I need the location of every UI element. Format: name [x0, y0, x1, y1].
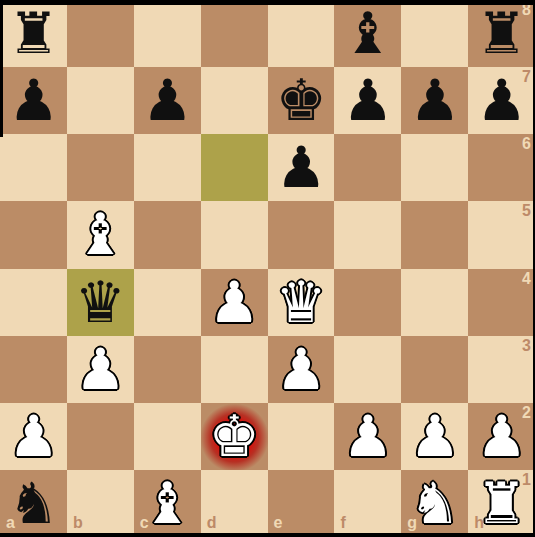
black-pawn-piece[interactable]: ♟: [8, 72, 59, 129]
square-d8[interactable]: [201, 0, 268, 67]
square-h5[interactable]: 5: [468, 201, 535, 268]
square-g6[interactable]: [401, 134, 468, 201]
square-h7[interactable]: ♟7: [468, 67, 535, 134]
square-g2[interactable]: ♟: [401, 403, 468, 470]
square-e5[interactable]: [268, 201, 335, 268]
square-h4[interactable]: 4: [468, 269, 535, 336]
black-pawn-piece[interactable]: ♟: [476, 72, 527, 129]
square-h8[interactable]: ♜8: [468, 0, 535, 67]
square-c4[interactable]: [134, 269, 201, 336]
square-g4[interactable]: [401, 269, 468, 336]
file-label-b: b: [73, 514, 83, 532]
square-b6[interactable]: [67, 134, 134, 201]
square-c2[interactable]: [134, 403, 201, 470]
white-pawn-piece[interactable]: ♟: [409, 408, 460, 465]
square-d1[interactable]: d: [201, 470, 268, 537]
square-h3[interactable]: 3: [468, 336, 535, 403]
board-frame-bottom: [0, 533, 535, 537]
square-f5[interactable]: [334, 201, 401, 268]
white-bishop-piece[interactable]: ♝: [75, 206, 126, 263]
square-d5[interactable]: [201, 201, 268, 268]
rank-label-6: 6: [522, 135, 531, 153]
square-h2[interactable]: ♟2: [468, 403, 535, 470]
square-b3[interactable]: ♟: [67, 336, 134, 403]
white-pawn-piece[interactable]: ♟: [342, 408, 393, 465]
chess-board: ♜♝♜8♟♟♚♟♟♟7♟6♝5♛♟♛4♟♟3♟♚♟♟♟2♞ab♝cdef♞g♜1…: [0, 0, 535, 537]
square-a1[interactable]: ♞a: [0, 470, 67, 537]
board-grid: ♜♝♜8♟♟♚♟♟♟7♟6♝5♛♟♛4♟♟3♟♚♟♟♟2♞ab♝cdef♞g♜1…: [0, 0, 535, 537]
square-a6[interactable]: [0, 134, 67, 201]
black-pawn-piece[interactable]: ♟: [142, 72, 193, 129]
square-c7[interactable]: ♟: [134, 67, 201, 134]
white-bishop-piece[interactable]: ♝: [142, 475, 193, 532]
square-a8[interactable]: ♜: [0, 0, 67, 67]
rank-label-4: 4: [522, 270, 531, 288]
black-queen-piece[interactable]: ♛: [75, 274, 126, 331]
square-h6[interactable]: 6: [468, 134, 535, 201]
square-b7[interactable]: [67, 67, 134, 134]
square-a5[interactable]: [0, 201, 67, 268]
square-g3[interactable]: [401, 336, 468, 403]
square-f7[interactable]: ♟: [334, 67, 401, 134]
white-king-piece[interactable]: ♚: [209, 408, 260, 465]
square-e6[interactable]: ♟: [268, 134, 335, 201]
square-c8[interactable]: [134, 0, 201, 67]
white-pawn-piece[interactable]: ♟: [8, 408, 59, 465]
white-pawn-piece[interactable]: ♟: [75, 341, 126, 398]
square-c5[interactable]: [134, 201, 201, 268]
square-e1[interactable]: e: [268, 470, 335, 537]
square-f6[interactable]: [334, 134, 401, 201]
square-e2[interactable]: [268, 403, 335, 470]
rank-label-3: 3: [522, 337, 531, 355]
square-f4[interactable]: [334, 269, 401, 336]
white-pawn-piece[interactable]: ♟: [476, 408, 527, 465]
square-d3[interactable]: [201, 336, 268, 403]
square-a3[interactable]: [0, 336, 67, 403]
square-d2[interactable]: ♚: [201, 403, 268, 470]
file-label-f: f: [340, 514, 345, 532]
square-e8[interactable]: [268, 0, 335, 67]
square-f3[interactable]: [334, 336, 401, 403]
square-b8[interactable]: [67, 0, 134, 67]
rank-label-5: 5: [522, 202, 531, 220]
black-king-piece[interactable]: ♚: [275, 72, 326, 129]
square-a4[interactable]: [0, 269, 67, 336]
square-e3[interactable]: ♟: [268, 336, 335, 403]
black-pawn-piece[interactable]: ♟: [409, 72, 460, 129]
square-b5[interactable]: ♝: [67, 201, 134, 268]
board-frame-left: [0, 0, 3, 137]
black-rook-piece[interactable]: ♜: [8, 5, 59, 62]
square-f2[interactable]: ♟: [334, 403, 401, 470]
square-g8[interactable]: [401, 0, 468, 67]
square-c6[interactable]: [134, 134, 201, 201]
square-b1[interactable]: b: [67, 470, 134, 537]
square-b2[interactable]: [67, 403, 134, 470]
square-h1[interactable]: ♜1h: [468, 470, 535, 537]
square-a2[interactable]: ♟: [0, 403, 67, 470]
square-g7[interactable]: ♟: [401, 67, 468, 134]
square-d6[interactable]: [201, 134, 268, 201]
file-label-e: e: [274, 514, 283, 532]
white-pawn-piece[interactable]: ♟: [209, 274, 260, 331]
square-b4[interactable]: ♛: [67, 269, 134, 336]
black-pawn-piece[interactable]: ♟: [342, 72, 393, 129]
square-g5[interactable]: [401, 201, 468, 268]
black-pawn-piece[interactable]: ♟: [275, 139, 326, 196]
square-e7[interactable]: ♚: [268, 67, 335, 134]
square-e4[interactable]: ♛: [268, 269, 335, 336]
black-rook-piece[interactable]: ♜: [476, 5, 527, 62]
square-f8[interactable]: ♝: [334, 0, 401, 67]
black-bishop-piece[interactable]: ♝: [342, 5, 393, 62]
board-frame-top: [0, 0, 535, 5]
square-g1[interactable]: ♞g: [401, 470, 468, 537]
square-c3[interactable]: [134, 336, 201, 403]
white-knight-piece[interactable]: ♞: [409, 475, 460, 532]
square-f1[interactable]: f: [334, 470, 401, 537]
white-queen-piece[interactable]: ♛: [275, 274, 326, 331]
square-c1[interactable]: ♝c: [134, 470, 201, 537]
file-label-d: d: [207, 514, 217, 532]
square-d4[interactable]: ♟: [201, 269, 268, 336]
square-a7[interactable]: ♟: [0, 67, 67, 134]
square-d7[interactable]: [201, 67, 268, 134]
white-pawn-piece[interactable]: ♟: [275, 341, 326, 398]
black-knight-piece[interactable]: ♞: [8, 475, 59, 532]
white-rook-piece[interactable]: ♜: [476, 475, 527, 532]
